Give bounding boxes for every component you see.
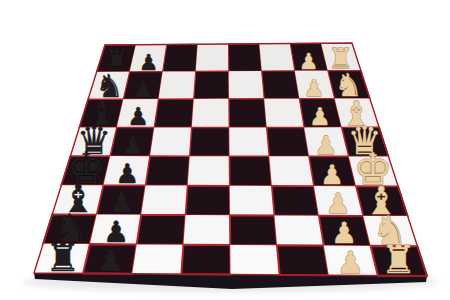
piece-black-pawn-a7[interactable]: ♟ bbox=[139, 50, 159, 75]
piece-black-rook-h8[interactable]: ♜ bbox=[45, 235, 80, 280]
piece-black-pawn-e7[interactable]: ♟ bbox=[115, 158, 139, 189]
piece-black-pawn-d7[interactable]: ♟ bbox=[121, 130, 144, 160]
square-d6[interactable] bbox=[150, 127, 192, 156]
square-e3[interactable] bbox=[269, 156, 314, 186]
piece-black-pawn-b7[interactable]: ♟ bbox=[133, 75, 154, 102]
square-f5[interactable] bbox=[186, 186, 230, 216]
square-f4[interactable] bbox=[230, 186, 275, 216]
square-g5[interactable] bbox=[183, 215, 230, 245]
piece-white-pawn-b2[interactable]: ♟ bbox=[304, 74, 325, 101]
square-a5[interactable] bbox=[196, 44, 229, 71]
piece-white-pawn-a2[interactable]: ♟ bbox=[299, 49, 319, 74]
square-e4[interactable] bbox=[229, 156, 271, 186]
piece-black-pawn-c7[interactable]: ♟ bbox=[127, 102, 149, 131]
square-g3[interactable] bbox=[274, 215, 323, 245]
square-f3[interactable] bbox=[272, 186, 319, 216]
square-h5[interactable] bbox=[181, 245, 230, 275]
square-e6[interactable] bbox=[146, 156, 190, 185]
square-h4[interactable] bbox=[230, 245, 279, 275]
piece-white-pawn-d2[interactable]: ♟ bbox=[314, 130, 337, 160]
square-b5[interactable] bbox=[194, 71, 229, 99]
square-g6[interactable] bbox=[137, 215, 186, 245]
piece-white-pawn-h2[interactable]: ♟ bbox=[337, 245, 364, 280]
square-c3[interactable] bbox=[264, 99, 304, 128]
square-h6[interactable] bbox=[132, 244, 183, 274]
square-c4[interactable] bbox=[229, 99, 267, 128]
square-b3[interactable] bbox=[262, 71, 300, 99]
square-a4[interactable] bbox=[229, 44, 262, 71]
square-b6[interactable] bbox=[159, 71, 196, 99]
chessboard: ♜♟♟♜♞♟♟♞♝♟♟♝♛♟♟♛♚♟♟♚♝♟♟♝♞♟♟♞♜♟♟♜ bbox=[0, 0, 450, 300]
piece-black-pawn-h7[interactable]: ♟ bbox=[97, 243, 124, 278]
square-d5[interactable] bbox=[190, 127, 230, 156]
piece-white-pawn-c2[interactable]: ♟ bbox=[309, 102, 331, 131]
piece-white-rook-h1[interactable]: ♜ bbox=[381, 237, 416, 282]
square-e5[interactable] bbox=[188, 156, 230, 186]
piece-white-pawn-e2[interactable]: ♟ bbox=[320, 159, 344, 190]
square-h3[interactable] bbox=[277, 245, 329, 275]
chess-photo-scene: ♜♟♟♜♞♟♟♞♝♟♟♝♛♟♟♛♚♟♟♚♝♟♟♝♞♟♟♞♜♟♟♜ bbox=[0, 0, 450, 300]
square-d4[interactable] bbox=[229, 127, 269, 156]
square-a3[interactable] bbox=[259, 44, 294, 72]
square-f6[interactable] bbox=[141, 185, 188, 215]
square-c6[interactable] bbox=[154, 99, 193, 128]
square-b4[interactable] bbox=[229, 71, 264, 99]
square-a6[interactable] bbox=[163, 44, 198, 71]
square-g4[interactable] bbox=[230, 215, 277, 245]
square-c5[interactable] bbox=[192, 99, 229, 128]
square-d3[interactable] bbox=[267, 127, 309, 156]
